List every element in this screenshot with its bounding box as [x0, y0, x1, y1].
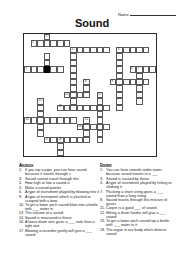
background-cell	[83, 150, 90, 156]
clue-number: 1	[45, 35, 47, 38]
grid-cell[interactable]	[77, 137, 84, 143]
grid-cell[interactable]	[143, 66, 150, 72]
grid-cell[interactable]	[57, 117, 64, 123]
grid-cell[interactable]	[64, 137, 71, 143]
clue-item-text: Hitting a drum harder will give a ___ so…	[106, 211, 172, 219]
background-cell	[130, 150, 137, 156]
down-clues-column: Down 1.You can hear sounds under water b…	[100, 162, 172, 260]
clue-number: 12	[39, 99, 42, 102]
grid-cell[interactable]: 16	[77, 124, 84, 130]
grid-cell[interactable]: 14	[24, 117, 31, 123]
down-clue-list: 1.You can hear sounds under water becaus…	[100, 168, 172, 236]
grid-cell[interactable]	[57, 66, 64, 72]
background-cell	[50, 150, 57, 156]
background-cell	[97, 150, 104, 156]
clue-item-text: If you tap a pipe, you can hear sound be…	[25, 168, 101, 176]
background-cell	[37, 150, 44, 156]
clue-item: 18.The organ in our body which detects s…	[100, 228, 172, 236]
grid-cell[interactable]	[64, 40, 71, 46]
background-cell	[149, 150, 156, 156]
grid-cell[interactable]	[70, 137, 77, 143]
grid-cell[interactable]	[116, 105, 123, 111]
clue-item-text: A type of instrument which is plucked or…	[25, 194, 101, 202]
grid-cell[interactable]	[130, 47, 137, 53]
background-cell	[90, 150, 97, 156]
grid-cell[interactable]	[77, 92, 84, 98]
grid-cell[interactable]	[136, 98, 143, 104]
background-cell	[116, 150, 123, 156]
grid-cell[interactable]	[77, 105, 84, 111]
clue-item: 17.Blowing a recorder gently will give a…	[19, 229, 101, 237]
grid-cell[interactable]	[143, 47, 150, 53]
grid-cell[interactable]	[123, 47, 130, 53]
background-cell	[70, 150, 77, 156]
clue-item: 10.To get a lower pitch sound blow into …	[19, 203, 101, 211]
grid-cell[interactable]	[97, 137, 104, 143]
grid-cell[interactable]	[57, 150, 64, 156]
clue-item-text: Sound travels through this mixture of ga…	[106, 198, 172, 206]
clue-number: 11	[98, 93, 101, 96]
clue-item-text: To get a lower pitch sound blow into a b…	[25, 203, 101, 211]
grid-cell[interactable]	[90, 47, 97, 53]
grid-cell[interactable]	[90, 124, 97, 130]
clue-number: 5	[25, 67, 27, 70]
clue-number: 13	[58, 105, 61, 108]
grid-cell[interactable]	[37, 40, 44, 46]
clue-number: 15	[85, 118, 88, 121]
clue-item: 2.If you tap a pipe, you can hear sound …	[19, 168, 101, 176]
grid-cell[interactable]	[136, 47, 143, 53]
clue-item-text: To get a lower pitch sound tap a bottle …	[106, 219, 172, 227]
clue-number: 18	[58, 138, 61, 141]
background-cell	[24, 150, 31, 156]
grid-cell[interactable]	[44, 117, 51, 123]
clue-item-text: Blowing a recorder gently will give a __…	[25, 229, 101, 237]
clue-number: 9	[111, 80, 113, 83]
grid-cell[interactable]	[50, 117, 57, 123]
clue-number: 10	[65, 93, 68, 96]
grid-cell[interactable]: 9	[110, 79, 117, 85]
grid-cell[interactable]	[103, 124, 110, 130]
clue-item: 9.A type of instrument which is plucked …	[19, 194, 101, 202]
grid-cell[interactable]	[57, 40, 64, 46]
background-cell	[110, 150, 117, 156]
grid-cell[interactable]: 17	[44, 137, 51, 143]
black-cell	[44, 66, 51, 72]
across-clue-list: 2.If you tap a pipe, you can hear sound …	[19, 168, 101, 237]
clues-section: Across 2.If you tap a pipe, you can hear…	[0, 162, 184, 257]
clue-number: 16	[78, 125, 81, 128]
clue-item-text: You can hear sounds under water because …	[106, 168, 172, 176]
background-cell	[103, 150, 110, 156]
down-heading: Down	[100, 162, 172, 167]
across-heading: Across	[19, 162, 101, 167]
grid-cell[interactable]: 6	[130, 66, 137, 72]
grid-cell[interactable]	[64, 105, 71, 111]
background-cell	[77, 150, 84, 156]
clue-number: 7	[138, 67, 140, 70]
grid-cell[interactable]	[83, 137, 90, 143]
grid-cell[interactable]	[31, 117, 38, 123]
clue-number: 3	[72, 48, 74, 51]
clue-item: 15.To get a lower pitch sound tap a bott…	[100, 219, 172, 227]
grid-cell[interactable]	[130, 79, 137, 85]
grid-cell[interactable]	[64, 117, 71, 123]
grid-cell[interactable]	[50, 40, 57, 46]
clue-item: 16.A loose drum skin gives a ___ note th…	[19, 220, 101, 228]
grid-cell[interactable]	[103, 105, 110, 111]
puzzle-frame: 123456789101112131415161718	[23, 33, 157, 157]
grid-cell[interactable]	[31, 66, 38, 72]
background-cell	[31, 150, 38, 156]
grid-cell[interactable]	[83, 92, 90, 98]
grid-cell[interactable]	[77, 47, 84, 53]
grid-cell[interactable]	[50, 137, 57, 143]
grid-cell[interactable]	[70, 117, 77, 123]
grid-cell[interactable]	[90, 105, 97, 111]
crossword-grid: 123456789101112131415161718	[24, 34, 156, 156]
grid-cell[interactable]	[83, 105, 90, 111]
background-cell	[64, 150, 71, 156]
background-cell	[44, 150, 51, 156]
clue-number: 4	[118, 48, 120, 51]
grid-cell[interactable]	[123, 79, 130, 85]
background-cell	[123, 150, 130, 156]
grid-cell[interactable]	[37, 66, 44, 72]
grid-cell[interactable]	[83, 47, 90, 53]
page-title: Sound	[0, 17, 184, 29]
grid-cell[interactable]: 13	[57, 105, 64, 111]
background-cell	[143, 150, 150, 156]
clue-item-text: Plucking a short string gives a ___ soun…	[106, 189, 172, 197]
grid-cell[interactable]	[44, 40, 51, 46]
grid-cell[interactable]: 10	[64, 92, 71, 98]
clue-item: 4.A type of instrument played by hitting…	[100, 181, 172, 189]
clue-item-text: A loose drum skin gives a ___ note than …	[25, 220, 101, 228]
grid-cell[interactable]	[103, 47, 110, 53]
grid-cell[interactable]	[50, 66, 57, 72]
grid-cell[interactable]	[70, 105, 77, 111]
clue-number: 14	[25, 118, 28, 121]
clue-item-text: A type of instrument played by hitting o…	[106, 181, 172, 189]
grid-cell[interactable]	[37, 130, 44, 136]
clue-item: 8.Sound travels through this mixture of …	[100, 198, 172, 206]
clue-item: 1.You can hear sounds under water becaus…	[100, 168, 172, 176]
grid-cell[interactable]	[143, 79, 150, 85]
clue-item-text: The organ in our body which detects soun…	[106, 228, 172, 236]
clue-number: 17	[45, 138, 48, 141]
clue-number: 8	[85, 80, 87, 83]
grid-cell[interactable]: 2	[31, 40, 38, 46]
grid-cell[interactable]: 5	[24, 66, 31, 72]
across-clues-column: Across 2.If you tap a pipe, you can hear…	[19, 162, 101, 260]
clue-item: 7.Plucking a short string gives a ___ so…	[100, 189, 172, 197]
background-cell	[136, 150, 143, 156]
clue-number: 6	[131, 67, 133, 70]
name-blank[interactable]	[130, 11, 176, 16]
grid-cell[interactable]	[97, 47, 104, 53]
clue-item: 12.Hitting a drum harder will give a ___…	[100, 211, 172, 219]
clue-number: 2	[32, 41, 34, 44]
grid-cell[interactable]	[149, 66, 156, 72]
